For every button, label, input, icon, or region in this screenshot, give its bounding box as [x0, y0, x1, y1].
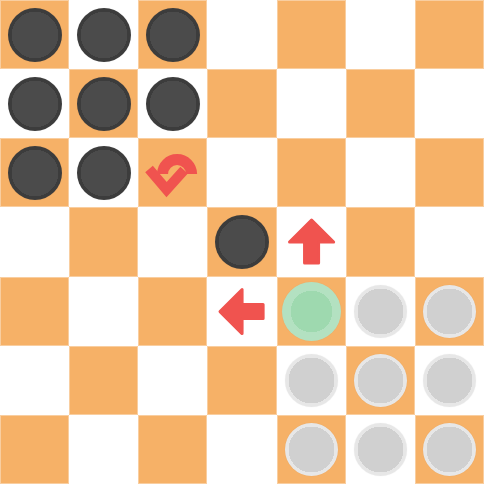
cell-6-6[interactable] — [415, 415, 484, 484]
cell-4-2[interactable] — [138, 277, 207, 346]
cell-5-3[interactable] — [207, 346, 276, 415]
cell-1-6[interactable] — [415, 69, 484, 138]
cell-5-0[interactable] — [0, 346, 69, 415]
cell-2-3[interactable] — [207, 138, 276, 207]
cell-2-4[interactable] — [277, 138, 346, 207]
cell-1-0[interactable] — [0, 69, 69, 138]
capture-uturn-arrow-icon[interactable] — [138, 138, 207, 207]
black-piece[interactable] — [8, 8, 62, 62]
black-piece[interactable] — [8, 77, 62, 131]
cell-0-2[interactable] — [138, 0, 207, 69]
cell-0-4[interactable] — [277, 0, 346, 69]
cell-4-5[interactable] — [346, 277, 415, 346]
cell-6-0[interactable] — [0, 415, 69, 484]
cell-0-5[interactable] — [346, 0, 415, 69]
cell-2-2[interactable] — [138, 138, 207, 207]
cell-4-0[interactable] — [0, 277, 69, 346]
cell-6-1[interactable] — [69, 415, 138, 484]
cell-3-1[interactable] — [69, 207, 138, 276]
cell-6-3[interactable] — [207, 415, 276, 484]
black-piece[interactable] — [146, 77, 200, 131]
cell-5-5[interactable] — [346, 346, 415, 415]
cell-6-2[interactable] — [138, 415, 207, 484]
cell-1-4[interactable] — [277, 69, 346, 138]
white-piece[interactable] — [354, 285, 407, 338]
cell-6-4[interactable] — [277, 415, 346, 484]
cell-0-1[interactable] — [69, 0, 138, 69]
black-piece[interactable] — [8, 146, 62, 200]
black-piece[interactable] — [146, 8, 200, 62]
cell-5-4[interactable] — [277, 346, 346, 415]
cell-2-1[interactable] — [69, 138, 138, 207]
black-piece[interactable] — [77, 146, 131, 200]
game-stage — [0, 0, 484, 484]
cell-5-1[interactable] — [69, 346, 138, 415]
cell-5-6[interactable] — [415, 346, 484, 415]
black-piece[interactable] — [77, 8, 131, 62]
white-piece[interactable] — [285, 354, 338, 407]
cell-0-6[interactable] — [415, 0, 484, 69]
selected-piece[interactable] — [282, 282, 341, 341]
cell-2-0[interactable] — [0, 138, 69, 207]
white-piece[interactable] — [423, 354, 476, 407]
cell-2-5[interactable] — [346, 138, 415, 207]
board — [0, 0, 484, 484]
cell-3-5[interactable] — [346, 207, 415, 276]
cell-2-6[interactable] — [415, 138, 484, 207]
cell-1-5[interactable] — [346, 69, 415, 138]
black-piece[interactable] — [77, 77, 131, 131]
cell-6-5[interactable] — [346, 415, 415, 484]
cell-4-6[interactable] — [415, 277, 484, 346]
cell-3-4[interactable] — [277, 207, 346, 276]
cell-1-3[interactable] — [207, 69, 276, 138]
white-piece[interactable] — [354, 423, 407, 476]
cell-3-0[interactable] — [0, 207, 69, 276]
cell-3-2[interactable] — [138, 207, 207, 276]
cell-1-2[interactable] — [138, 69, 207, 138]
cell-0-0[interactable] — [0, 0, 69, 69]
cell-4-4[interactable] — [277, 277, 346, 346]
cell-5-2[interactable] — [138, 346, 207, 415]
move-left-arrow-icon[interactable] — [207, 277, 276, 346]
white-piece[interactable] — [423, 285, 476, 338]
white-piece[interactable] — [354, 354, 407, 407]
cell-4-3[interactable] — [207, 277, 276, 346]
cell-4-1[interactable] — [69, 277, 138, 346]
move-up-arrow-icon[interactable] — [277, 207, 346, 276]
cell-0-3[interactable] — [207, 0, 276, 69]
white-piece[interactable] — [285, 423, 338, 476]
cell-3-3[interactable] — [207, 207, 276, 276]
black-piece[interactable] — [215, 215, 269, 269]
white-piece[interactable] — [423, 423, 476, 476]
cell-3-6[interactable] — [415, 207, 484, 276]
cell-1-1[interactable] — [69, 69, 138, 138]
